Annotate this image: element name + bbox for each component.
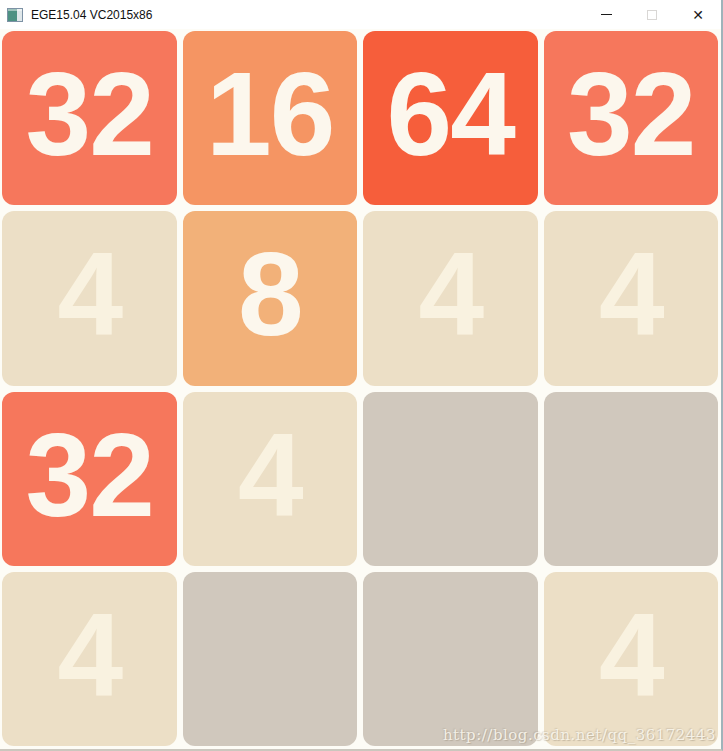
tile-r3c1: 32: [2, 392, 177, 566]
tile-r4c1: 4: [2, 572, 177, 746]
window-title: EGE15.04 VC2015x86: [31, 8, 152, 22]
tile-value: 32: [26, 416, 153, 534]
tile-r2c1: 4: [2, 211, 177, 385]
tile-value: 4: [418, 235, 482, 353]
close-icon: ✕: [692, 8, 704, 22]
tile-value: 4: [599, 235, 663, 353]
app-window: EGE15.04 VC2015x86 ✕ 32 16 64 32 4 8 4 4…: [0, 0, 723, 751]
tile-value: 4: [599, 596, 663, 714]
tile-value: 64: [387, 55, 514, 173]
tile-r4c4: 4: [544, 572, 719, 746]
minimize-icon: [601, 14, 612, 15]
app-icon: [7, 8, 23, 22]
tile-r2c2: 8: [183, 211, 358, 385]
tile-r2c4: 4: [544, 211, 719, 385]
close-button[interactable]: ✕: [675, 0, 721, 29]
tile-r4c3: [363, 572, 538, 746]
tile-value: 32: [26, 55, 153, 173]
tile-value: 32: [567, 55, 694, 173]
tile-r3c4: [544, 392, 719, 566]
tile-value: 4: [57, 596, 121, 714]
maximize-icon: [647, 10, 657, 20]
tile-r3c3: [363, 392, 538, 566]
tile-value: 4: [57, 235, 121, 353]
game-board[interactable]: 32 16 64 32 4 8 4 4 32 4 4 4 http://blog…: [0, 29, 721, 749]
minimize-button[interactable]: [583, 0, 629, 29]
tile-r1c2: 16: [183, 31, 358, 205]
tile-r4c2: [183, 572, 358, 746]
tile-value: 4: [238, 416, 302, 534]
tile-r1c4: 32: [544, 31, 719, 205]
tile-value: 16: [206, 55, 333, 173]
tile-value: 8: [238, 235, 302, 353]
tile-r1c3: 64: [363, 31, 538, 205]
tile-r1c1: 32: [2, 31, 177, 205]
tile-r3c2: 4: [183, 392, 358, 566]
tile-r2c3: 4: [363, 211, 538, 385]
maximize-button[interactable]: [629, 0, 675, 29]
title-bar[interactable]: EGE15.04 VC2015x86 ✕: [0, 0, 721, 29]
